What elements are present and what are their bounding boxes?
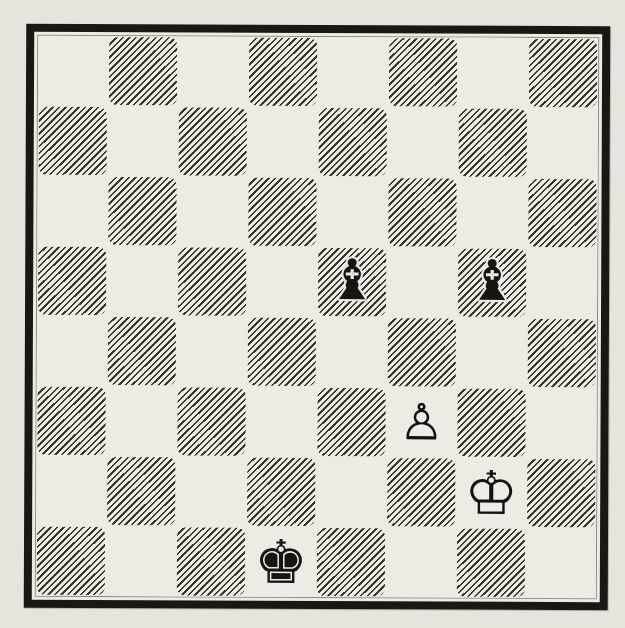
square-h1[interactable] (526, 528, 596, 598)
square-f6[interactable] (387, 177, 457, 247)
square-h2[interactable] (526, 458, 596, 528)
square-d6[interactable] (247, 177, 317, 247)
square-h8[interactable] (528, 38, 598, 108)
square-d2[interactable] (246, 457, 316, 527)
page-background: ♝♝♙♔♚ (0, 0, 625, 628)
square-a6[interactable] (37, 176, 107, 246)
square-a5[interactable] (37, 246, 107, 316)
square-b8[interactable] (108, 36, 178, 106)
square-g3[interactable] (456, 388, 526, 458)
square-c6[interactable] (177, 176, 247, 246)
square-b7[interactable] (108, 106, 178, 176)
square-f4[interactable] (387, 317, 457, 387)
square-a7[interactable] (38, 106, 108, 176)
square-c7[interactable] (178, 106, 248, 176)
square-a1[interactable] (36, 526, 106, 596)
square-h7[interactable] (528, 108, 598, 178)
square-d3[interactable] (246, 387, 316, 457)
square-f8[interactable] (388, 37, 458, 107)
square-d5[interactable] (247, 247, 317, 317)
square-d4[interactable] (247, 317, 317, 387)
black-bishop[interactable]: ♝ (327, 252, 377, 308)
square-c3[interactable] (176, 386, 246, 456)
square-g4[interactable] (457, 318, 527, 388)
white-king[interactable]: ♔ (464, 463, 518, 523)
square-b3[interactable] (106, 386, 176, 456)
square-e6[interactable] (317, 177, 387, 247)
square-e4[interactable] (317, 317, 387, 387)
chess-board-frame: ♝♝♙♔♚ (24, 24, 611, 611)
square-f5[interactable] (387, 247, 457, 317)
square-a3[interactable] (36, 386, 106, 456)
square-b1[interactable] (106, 526, 176, 596)
square-h3[interactable] (526, 388, 596, 458)
square-e1[interactable] (316, 527, 386, 597)
square-a8[interactable] (38, 36, 108, 106)
square-f3[interactable]: ♙ (386, 387, 456, 457)
square-d7[interactable] (248, 107, 318, 177)
square-f1[interactable] (386, 527, 456, 597)
square-h6[interactable] (527, 178, 597, 248)
square-f2[interactable] (386, 457, 456, 527)
square-b6[interactable] (107, 176, 177, 246)
square-g6[interactable] (457, 178, 527, 248)
square-c5[interactable] (177, 246, 247, 316)
square-c2[interactable] (176, 456, 246, 526)
chess-board: ♝♝♙♔♚ (35, 35, 599, 599)
square-a2[interactable] (36, 456, 106, 526)
square-d1[interactable]: ♚ (246, 527, 316, 597)
square-b5[interactable] (107, 246, 177, 316)
black-king[interactable]: ♚ (254, 532, 308, 592)
white-pawn[interactable]: ♙ (399, 397, 444, 447)
square-h4[interactable] (527, 318, 597, 388)
square-e7[interactable] (318, 107, 388, 177)
square-c4[interactable] (177, 316, 247, 386)
square-c1[interactable] (176, 526, 246, 596)
square-a4[interactable] (37, 316, 107, 386)
square-b4[interactable] (107, 316, 177, 386)
square-f7[interactable] (388, 107, 458, 177)
square-d8[interactable] (248, 37, 318, 107)
square-h5[interactable] (527, 248, 597, 318)
square-g7[interactable] (458, 108, 528, 178)
square-c8[interactable] (178, 36, 248, 106)
square-g1[interactable] (456, 528, 526, 598)
square-e8[interactable] (318, 37, 388, 107)
square-e5[interactable]: ♝ (317, 247, 387, 317)
square-g5[interactable]: ♝ (457, 248, 527, 318)
black-bishop[interactable]: ♝ (467, 253, 517, 309)
square-b2[interactable] (106, 456, 176, 526)
square-g2[interactable]: ♔ (456, 458, 526, 528)
square-g8[interactable] (458, 38, 528, 108)
square-e3[interactable] (316, 387, 386, 457)
square-e2[interactable] (316, 457, 386, 527)
